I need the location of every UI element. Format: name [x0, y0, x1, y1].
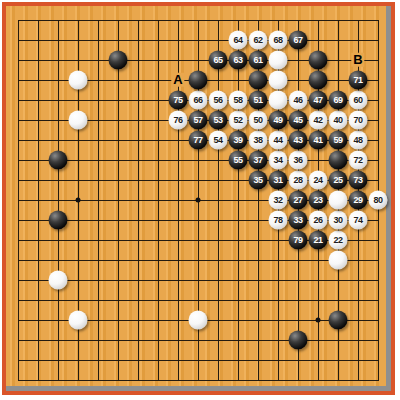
stone-number: 65 — [209, 51, 228, 70]
stone-number — [289, 331, 308, 350]
stone-number: 78 — [269, 211, 288, 230]
stone-number: 70 — [349, 111, 368, 130]
grid-line-horizontal — [18, 360, 379, 361]
board-label-A: A — [171, 73, 184, 87]
stone-black-73[interactable]: 73 — [349, 171, 368, 190]
stone-black-61[interactable]: 61 — [249, 51, 268, 70]
stone-white-42[interactable]: 42 — [309, 111, 328, 130]
grid-line-vertical — [238, 20, 239, 381]
stone-number: 50 — [249, 111, 268, 130]
stone-white-66[interactable]: 66 — [189, 91, 208, 110]
stone-white-32[interactable]: 32 — [269, 191, 288, 210]
stone-number: 47 — [309, 91, 328, 110]
stone-black-plain[interactable] — [109, 51, 128, 70]
stone-white-70[interactable]: 70 — [349, 111, 368, 130]
stone-white-plain[interactable] — [69, 71, 88, 90]
stone-white-52[interactable]: 52 — [229, 111, 248, 130]
stone-number: 34 — [269, 151, 288, 170]
stone-number: 44 — [269, 131, 288, 150]
stone-number: 54 — [209, 131, 228, 150]
stone-number — [309, 71, 328, 90]
stone-number: 43 — [289, 131, 308, 150]
stone-number — [329, 151, 348, 170]
stone-number: 60 — [349, 91, 368, 110]
stone-number: 72 — [349, 151, 368, 170]
stone-black-plain[interactable] — [189, 71, 208, 90]
stone-number: 73 — [349, 171, 368, 190]
stone-number: 80 — [369, 191, 388, 210]
stone-white-68[interactable]: 68 — [269, 31, 288, 50]
stone-number: 61 — [249, 51, 268, 70]
stone-number: 26 — [309, 211, 328, 230]
stone-white-plain[interactable] — [269, 71, 288, 90]
board-shadow: 2122232425262728293031323334353637383940… — [6, 6, 391, 391]
stone-black-43[interactable]: 43 — [289, 131, 308, 150]
stone-number: 37 — [249, 151, 268, 170]
stone-white-46[interactable]: 46 — [289, 91, 308, 110]
stone-number: 36 — [289, 151, 308, 170]
grid-line-horizontal — [18, 380, 379, 381]
stone-number: 41 — [309, 131, 328, 150]
stone-white-38[interactable]: 38 — [249, 131, 268, 150]
stone-black-23[interactable]: 23 — [309, 191, 328, 210]
stone-white-78[interactable]: 78 — [269, 211, 288, 230]
stone-number: 74 — [349, 211, 368, 230]
stone-number: 71 — [349, 71, 368, 90]
stone-black-67[interactable]: 67 — [289, 31, 308, 50]
stone-number: 22 — [329, 231, 348, 250]
stone-white-44[interactable]: 44 — [269, 131, 288, 150]
stone-white-48[interactable]: 48 — [349, 131, 368, 150]
stone-number: 76 — [169, 111, 188, 130]
grid-line-horizontal — [18, 280, 379, 281]
stone-white-72[interactable]: 72 — [349, 151, 368, 170]
stone-black-69[interactable]: 69 — [329, 91, 348, 110]
stone-white-60[interactable]: 60 — [349, 91, 368, 110]
stone-number: 45 — [289, 111, 308, 130]
stone-number — [69, 311, 88, 330]
stone-number: 56 — [209, 91, 228, 110]
stone-number — [269, 91, 288, 110]
stone-black-65[interactable]: 65 — [209, 51, 228, 70]
stone-black-71[interactable]: 71 — [349, 71, 368, 90]
stone-black-79[interactable]: 79 — [289, 231, 308, 250]
stone-black-63[interactable]: 63 — [229, 51, 248, 70]
star-point — [76, 198, 81, 203]
stone-white-plain[interactable] — [49, 271, 68, 290]
stone-number: 39 — [229, 131, 248, 150]
stone-white-plain[interactable] — [69, 311, 88, 330]
stone-white-76[interactable]: 76 — [169, 111, 188, 130]
stone-white-26[interactable]: 26 — [309, 211, 328, 230]
go-board[interactable]: 2122232425262728293031323334353637383940… — [6, 6, 386, 386]
star-point — [316, 318, 321, 323]
star-point — [196, 198, 201, 203]
stone-number: 35 — [249, 171, 268, 190]
stone-black-57[interactable]: 57 — [189, 111, 208, 130]
stone-number: 24 — [309, 171, 328, 190]
stone-number — [69, 111, 88, 130]
stone-white-56[interactable]: 56 — [209, 91, 228, 110]
stone-black-77[interactable]: 77 — [189, 131, 208, 150]
stone-number: 40 — [329, 111, 348, 130]
grid-line-horizontal — [18, 260, 379, 261]
stone-black-75[interactable]: 75 — [169, 91, 188, 110]
stone-number — [49, 151, 68, 170]
stone-white-54[interactable]: 54 — [209, 131, 228, 150]
stone-white-plain[interactable] — [189, 311, 208, 330]
stone-number: 67 — [289, 31, 308, 50]
stone-number — [49, 211, 68, 230]
stone-black-47[interactable]: 47 — [309, 91, 328, 110]
stone-white-34[interactable]: 34 — [269, 151, 288, 170]
stone-number — [69, 71, 88, 90]
stone-white-28[interactable]: 28 — [289, 171, 308, 190]
stone-white-plain[interactable] — [69, 111, 88, 130]
stone-number: 33 — [289, 211, 308, 230]
grid-line-horizontal — [18, 300, 379, 301]
stone-number: 25 — [329, 171, 348, 190]
grid-line-vertical — [218, 20, 219, 381]
stone-black-plain[interactable] — [309, 51, 328, 70]
stone-white-58[interactable]: 58 — [229, 91, 248, 110]
stone-number — [309, 51, 328, 70]
stone-number: 48 — [349, 131, 368, 150]
stone-number: 49 — [269, 111, 288, 130]
stone-white-64[interactable]: 64 — [229, 31, 248, 50]
stone-white-plain[interactable] — [269, 91, 288, 110]
stone-black-31[interactable]: 31 — [269, 171, 288, 190]
stone-number — [269, 71, 288, 90]
stone-white-50[interactable]: 50 — [249, 111, 268, 130]
stone-black-21[interactable]: 21 — [309, 231, 328, 250]
stone-number: 42 — [309, 111, 328, 130]
stone-number: 27 — [289, 191, 308, 210]
stone-black-plain[interactable] — [309, 71, 328, 90]
stone-black-55[interactable]: 55 — [229, 151, 248, 170]
stone-number: 57 — [189, 111, 208, 130]
stone-black-plain[interactable] — [49, 151, 68, 170]
stone-number — [249, 71, 268, 90]
stone-number — [329, 311, 348, 330]
stone-black-33[interactable]: 33 — [289, 211, 308, 230]
stone-number: 31 — [269, 171, 288, 190]
stone-white-plain[interactable] — [329, 251, 348, 270]
stone-number: 29 — [349, 191, 368, 210]
stone-black-plain[interactable] — [249, 71, 268, 90]
stone-number: 79 — [289, 231, 308, 250]
stone-black-29[interactable]: 29 — [349, 191, 368, 210]
stone-number: 63 — [229, 51, 248, 70]
stone-number — [269, 51, 288, 70]
stone-number: 30 — [329, 211, 348, 230]
stone-number — [329, 251, 348, 270]
stone-black-59[interactable]: 59 — [329, 131, 348, 150]
stone-number: 28 — [289, 171, 308, 190]
stone-number — [109, 51, 128, 70]
stone-white-62[interactable]: 62 — [249, 31, 268, 50]
stone-number — [189, 311, 208, 330]
stone-black-39[interactable]: 39 — [229, 131, 248, 150]
stone-number: 51 — [249, 91, 268, 110]
stone-number: 23 — [309, 191, 328, 210]
stone-black-41[interactable]: 41 — [309, 131, 328, 150]
stone-number: 68 — [269, 31, 288, 50]
stone-black-25[interactable]: 25 — [329, 171, 348, 190]
stone-number: 55 — [229, 151, 248, 170]
stone-white-30[interactable]: 30 — [329, 211, 348, 230]
stone-number — [329, 191, 348, 210]
stone-black-53[interactable]: 53 — [209, 111, 228, 130]
go-diagram-page: 2122232425262728293031323334353637383940… — [0, 0, 400, 400]
stone-number: 46 — [289, 91, 308, 110]
stone-number: 38 — [249, 131, 268, 150]
stone-number: 21 — [309, 231, 328, 250]
stone-black-27[interactable]: 27 — [289, 191, 308, 210]
stone-white-24[interactable]: 24 — [309, 171, 328, 190]
stone-black-plain[interactable] — [329, 151, 348, 170]
stone-number: 75 — [169, 91, 188, 110]
stone-black-51[interactable]: 51 — [249, 91, 268, 110]
stone-number: 32 — [269, 191, 288, 210]
stone-black-plain[interactable] — [49, 211, 68, 230]
stone-black-35[interactable]: 35 — [249, 171, 268, 190]
stone-number — [49, 271, 68, 290]
stone-black-49[interactable]: 49 — [269, 111, 288, 130]
stone-number: 66 — [189, 91, 208, 110]
stone-number: 69 — [329, 91, 348, 110]
stone-black-plain[interactable] — [329, 311, 348, 330]
stone-number: 53 — [209, 111, 228, 130]
grid-line-horizontal — [18, 340, 379, 341]
board-label-B: B — [351, 53, 364, 67]
stone-white-74[interactable]: 74 — [349, 211, 368, 230]
stone-number: 64 — [229, 31, 248, 50]
stone-number: 58 — [229, 91, 248, 110]
stone-black-45[interactable]: 45 — [289, 111, 308, 130]
stone-number: 59 — [329, 131, 348, 150]
stone-white-plain[interactable] — [269, 51, 288, 70]
stone-number: 62 — [249, 31, 268, 50]
stone-white-40[interactable]: 40 — [329, 111, 348, 130]
board-frame: 2122232425262728293031323334353637383940… — [2, 2, 395, 395]
stone-black-37[interactable]: 37 — [249, 151, 268, 170]
stone-black-plain[interactable] — [289, 331, 308, 350]
stone-white-36[interactable]: 36 — [289, 151, 308, 170]
stone-number: 52 — [229, 111, 248, 130]
stone-number: 77 — [189, 131, 208, 150]
stone-number — [189, 71, 208, 90]
stone-white-plain[interactable] — [329, 191, 348, 210]
stone-white-80[interactable]: 80 — [369, 191, 388, 210]
stone-white-22[interactable]: 22 — [329, 231, 348, 250]
